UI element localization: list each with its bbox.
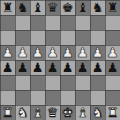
piece-black-queen: ♛ [47, 0, 59, 15]
square-g5[interactable]: ♟ [90, 45, 105, 60]
square-f1[interactable]: ♝ [75, 105, 90, 120]
piece-white-pawn: ♟ [92, 45, 104, 60]
square-h1[interactable]: ♜ [105, 105, 120, 120]
square-g7[interactable] [90, 15, 105, 30]
square-g6[interactable] [90, 30, 105, 45]
square-g2[interactable] [90, 90, 105, 105]
chess-board: ♜♞♝♛♚♝♞♜♟♟♟♟♟♟♟♟♟♟♟♟♟♟♟♟♜♞♝♛♚♝♞♜ [0, 0, 120, 120]
piece-white-pawn: ♟ [77, 45, 89, 60]
piece-black-pawn: ♟ [107, 60, 119, 75]
square-b1[interactable]: ♞ [15, 105, 30, 120]
square-f6[interactable] [75, 30, 90, 45]
piece-white-pawn: ♟ [107, 45, 119, 60]
square-a8[interactable]: ♜ [0, 0, 15, 15]
square-a4[interactable]: ♟ [0, 60, 15, 75]
square-g1[interactable]: ♞ [90, 105, 105, 120]
square-b7[interactable] [15, 15, 30, 30]
piece-white-pawn: ♟ [32, 45, 44, 60]
piece-black-pawn: ♟ [32, 60, 44, 75]
square-e5[interactable]: ♟ [60, 45, 75, 60]
square-e3[interactable] [60, 75, 75, 90]
square-e7[interactable] [60, 15, 75, 30]
square-f4[interactable]: ♟ [75, 60, 90, 75]
square-c2[interactable] [30, 90, 45, 105]
square-a3[interactable] [0, 75, 15, 90]
square-a6[interactable] [0, 30, 15, 45]
square-d2[interactable] [45, 90, 60, 105]
piece-white-queen: ♛ [47, 105, 59, 120]
square-g4[interactable]: ♟ [90, 60, 105, 75]
square-d1[interactable]: ♛ [45, 105, 60, 120]
piece-white-pawn: ♟ [2, 45, 14, 60]
piece-black-king: ♚ [62, 0, 74, 15]
piece-black-rook: ♜ [2, 0, 14, 15]
square-e8[interactable]: ♚ [60, 0, 75, 15]
square-b2[interactable] [15, 90, 30, 105]
square-h2[interactable] [105, 90, 120, 105]
piece-white-king: ♚ [62, 105, 74, 120]
square-h5[interactable]: ♟ [105, 45, 120, 60]
square-h4[interactable]: ♟ [105, 60, 120, 75]
square-b4[interactable]: ♟ [15, 60, 30, 75]
square-c6[interactable] [30, 30, 45, 45]
piece-white-bishop: ♝ [77, 105, 89, 120]
square-c4[interactable]: ♟ [30, 60, 45, 75]
square-h6[interactable] [105, 30, 120, 45]
piece-black-pawn: ♟ [92, 60, 104, 75]
square-h8[interactable]: ♜ [105, 0, 120, 15]
square-e1[interactable]: ♚ [60, 105, 75, 120]
piece-black-rook: ♜ [107, 0, 119, 15]
square-d4[interactable]: ♟ [45, 60, 60, 75]
square-e6[interactable] [60, 30, 75, 45]
square-a2[interactable] [0, 90, 15, 105]
square-a1[interactable]: ♜ [0, 105, 15, 120]
piece-black-bishop: ♝ [32, 0, 44, 15]
piece-white-pawn: ♟ [62, 45, 74, 60]
square-c5[interactable]: ♟ [30, 45, 45, 60]
piece-black-bishop: ♝ [77, 0, 89, 15]
piece-white-pawn: ♟ [47, 45, 59, 60]
square-f7[interactable] [75, 15, 90, 30]
piece-black-knight: ♞ [17, 0, 29, 15]
piece-black-pawn: ♟ [47, 60, 59, 75]
square-f8[interactable]: ♝ [75, 0, 90, 15]
piece-white-knight: ♞ [17, 105, 29, 120]
piece-black-pawn: ♟ [2, 60, 14, 75]
square-h7[interactable] [105, 15, 120, 30]
square-c8[interactable]: ♝ [30, 0, 45, 15]
piece-black-pawn: ♟ [77, 60, 89, 75]
square-c7[interactable] [30, 15, 45, 30]
piece-black-pawn: ♟ [17, 60, 29, 75]
piece-white-rook: ♜ [107, 105, 119, 120]
square-h3[interactable] [105, 75, 120, 90]
square-f5[interactable]: ♟ [75, 45, 90, 60]
square-e4[interactable]: ♟ [60, 60, 75, 75]
piece-white-knight: ♞ [92, 105, 104, 120]
piece-white-rook: ♜ [2, 105, 14, 120]
square-d7[interactable] [45, 15, 60, 30]
square-d5[interactable]: ♟ [45, 45, 60, 60]
square-a7[interactable] [0, 15, 15, 30]
square-c1[interactable]: ♝ [30, 105, 45, 120]
square-d3[interactable] [45, 75, 60, 90]
square-b5[interactable]: ♟ [15, 45, 30, 60]
square-g8[interactable]: ♞ [90, 0, 105, 15]
square-d6[interactable] [45, 30, 60, 45]
square-g3[interactable] [90, 75, 105, 90]
square-e2[interactable] [60, 90, 75, 105]
square-f3[interactable] [75, 75, 90, 90]
square-a5[interactable]: ♟ [0, 45, 15, 60]
piece-black-pawn: ♟ [62, 60, 74, 75]
square-b6[interactable] [15, 30, 30, 45]
piece-white-pawn: ♟ [17, 45, 29, 60]
piece-white-bishop: ♝ [32, 105, 44, 120]
square-b3[interactable] [15, 75, 30, 90]
piece-black-knight: ♞ [92, 0, 104, 15]
square-f2[interactable] [75, 90, 90, 105]
square-b8[interactable]: ♞ [15, 0, 30, 15]
square-c3[interactable] [30, 75, 45, 90]
square-d8[interactable]: ♛ [45, 0, 60, 15]
